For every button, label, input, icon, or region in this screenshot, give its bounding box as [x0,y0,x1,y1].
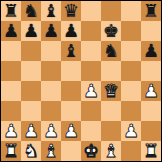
square-e3[interactable] [81,101,101,121]
piece-black-pawn[interactable]: ♟ [23,21,39,41]
square-f8[interactable] [101,1,121,21]
piece-white-pawn[interactable]: ♟ [143,81,159,101]
piece-white-pawn[interactable]: ♟ [83,81,99,101]
piece-white-rook[interactable]: ♜ [3,141,19,161]
chess-board: ♜♞♝♛♜♟♟♟♟♚♝♞♟♟♛♟♟♟♟♟♟♜♞♝♚♝♜ [1,1,161,161]
square-b3[interactable] [21,101,41,121]
square-e4[interactable]: ♟ [81,81,101,101]
square-f7[interactable]: ♚ [101,21,121,41]
piece-black-pawn[interactable]: ♟ [63,21,79,41]
square-g8[interactable] [121,1,141,21]
square-f2[interactable] [101,121,121,141]
square-e5[interactable] [81,61,101,81]
square-c1[interactable]: ♝ [41,141,61,161]
piece-white-knight[interactable]: ♞ [23,141,39,161]
square-a1[interactable]: ♜ [1,141,21,161]
piece-white-bishop[interactable]: ♝ [103,141,119,161]
square-e8[interactable] [81,1,101,21]
piece-black-king[interactable]: ♚ [103,21,119,41]
square-g2[interactable]: ♟ [121,121,141,141]
square-d4[interactable] [61,81,81,101]
square-g1[interactable] [121,141,141,161]
square-c6[interactable] [41,41,61,61]
square-h3[interactable] [141,101,161,121]
square-e7[interactable] [81,21,101,41]
square-a2[interactable]: ♟ [1,121,21,141]
square-f4[interactable]: ♛ [101,81,121,101]
square-f1[interactable]: ♝ [101,141,121,161]
piece-white-king[interactable]: ♚ [83,141,99,161]
square-b6[interactable] [21,41,41,61]
piece-black-bishop[interactable]: ♝ [43,1,59,21]
square-h4[interactable]: ♟ [141,81,161,101]
square-h5[interactable] [141,61,161,81]
square-e1[interactable]: ♚ [81,141,101,161]
square-e2[interactable] [81,121,101,141]
square-b1[interactable]: ♞ [21,141,41,161]
square-a5[interactable] [1,61,21,81]
square-d6[interactable]: ♝ [61,41,81,61]
square-d5[interactable] [61,61,81,81]
square-c3[interactable] [41,101,61,121]
piece-white-rook[interactable]: ♜ [143,141,159,161]
piece-white-pawn[interactable]: ♟ [43,121,59,141]
square-c5[interactable] [41,61,61,81]
piece-white-bishop[interactable]: ♝ [43,141,59,161]
square-h6[interactable]: ♟ [141,41,161,61]
square-b4[interactable] [21,81,41,101]
square-g5[interactable] [121,61,141,81]
piece-black-pawn[interactable]: ♟ [143,41,159,61]
piece-white-pawn[interactable]: ♟ [23,121,39,141]
square-h7[interactable] [141,21,161,41]
square-c7[interactable]: ♟ [41,21,61,41]
square-f3[interactable] [101,101,121,121]
square-b2[interactable]: ♟ [21,121,41,141]
square-a6[interactable] [1,41,21,61]
chess-board-frame: ♜♞♝♛♜♟♟♟♟♚♝♞♟♟♛♟♟♟♟♟♟♜♞♝♚♝♜ [0,0,162,162]
square-h8[interactable]: ♜ [141,1,161,21]
square-g7[interactable] [121,21,141,41]
piece-white-pawn[interactable]: ♟ [3,121,19,141]
square-e6[interactable] [81,41,101,61]
piece-white-pawn[interactable]: ♟ [123,121,139,141]
piece-black-pawn[interactable]: ♟ [43,21,59,41]
square-a7[interactable]: ♟ [1,21,21,41]
square-c4[interactable] [41,81,61,101]
square-f5[interactable] [101,61,121,81]
square-h1[interactable]: ♜ [141,141,161,161]
piece-black-knight[interactable]: ♞ [23,1,39,21]
square-g6[interactable] [121,41,141,61]
piece-black-rook[interactable]: ♜ [3,1,19,21]
square-h2[interactable] [141,121,161,141]
square-d2[interactable]: ♟ [61,121,81,141]
square-g3[interactable] [121,101,141,121]
square-a3[interactable] [1,101,21,121]
square-d7[interactable]: ♟ [61,21,81,41]
piece-black-pawn[interactable]: ♟ [3,21,19,41]
piece-black-knight[interactable]: ♞ [103,41,119,61]
piece-white-pawn[interactable]: ♟ [63,121,79,141]
square-g4[interactable] [121,81,141,101]
square-a4[interactable] [1,81,21,101]
piece-black-rook[interactable]: ♜ [143,1,159,21]
piece-black-queen[interactable]: ♛ [63,1,79,21]
square-d1[interactable] [61,141,81,161]
square-c2[interactable]: ♟ [41,121,61,141]
piece-white-queen[interactable]: ♛ [103,81,119,101]
piece-black-bishop[interactable]: ♝ [63,41,79,61]
square-d8[interactable]: ♛ [61,1,81,21]
square-b7[interactable]: ♟ [21,21,41,41]
square-b8[interactable]: ♞ [21,1,41,21]
square-c8[interactable]: ♝ [41,1,61,21]
square-f6[interactable]: ♞ [101,41,121,61]
square-b5[interactable] [21,61,41,81]
square-d3[interactable] [61,101,81,121]
square-a8[interactable]: ♜ [1,1,21,21]
